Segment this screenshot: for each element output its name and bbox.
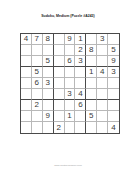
cell-r5c5[interactable] bbox=[65, 78, 76, 89]
footer-url: www.printmysudoku.com bbox=[0, 164, 136, 167]
cell-r4c4[interactable] bbox=[54, 67, 65, 78]
cell-r3c5: 6 bbox=[65, 56, 76, 67]
cell-r8c2[interactable] bbox=[32, 111, 43, 122]
cell-r8c9[interactable] bbox=[108, 111, 119, 122]
cell-r6c7[interactable] bbox=[86, 89, 97, 100]
cell-r6c4[interactable] bbox=[54, 89, 65, 100]
cell-r4c7: 1 bbox=[86, 67, 97, 78]
page-title: Sudoku, Medium (Puzzle #A243) bbox=[0, 14, 136, 19]
cell-r1c3: 8 bbox=[43, 34, 54, 45]
cell-r1c6: 1 bbox=[75, 34, 86, 45]
cell-r9c7[interactable] bbox=[86, 122, 97, 133]
cell-r1c2: 7 bbox=[32, 34, 43, 45]
cell-r6c3[interactable] bbox=[43, 89, 54, 100]
cell-r5c9[interactable] bbox=[108, 78, 119, 89]
cell-r2c8[interactable] bbox=[97, 45, 108, 56]
sudoku-board: 4789132855639514363342691524 bbox=[20, 33, 120, 134]
cell-r7c7[interactable] bbox=[86, 100, 97, 111]
cell-r9c2[interactable] bbox=[32, 122, 43, 133]
cell-r9c5[interactable] bbox=[65, 122, 76, 133]
cell-r6c8[interactable] bbox=[97, 89, 108, 100]
cell-r5c7[interactable] bbox=[86, 78, 97, 89]
cell-r3c3: 5 bbox=[43, 56, 54, 67]
cell-r5c6[interactable] bbox=[75, 78, 86, 89]
cell-r5c3: 3 bbox=[43, 78, 54, 89]
cell-r6c9[interactable] bbox=[108, 89, 119, 100]
cell-r8c6[interactable] bbox=[75, 111, 86, 122]
cell-r9c3[interactable] bbox=[43, 122, 54, 133]
cell-r1c1: 4 bbox=[21, 34, 32, 45]
cell-r5c4[interactable] bbox=[54, 78, 65, 89]
cell-r1c5: 9 bbox=[65, 34, 76, 45]
cell-r8c7: 5 bbox=[86, 111, 97, 122]
sudoku-page: Sudoku, Medium (Puzzle #A243) 4789132855… bbox=[0, 0, 136, 176]
cell-r9c6[interactable] bbox=[75, 122, 86, 133]
cell-r7c2: 2 bbox=[32, 100, 43, 111]
cell-r2c5[interactable] bbox=[65, 45, 76, 56]
cell-r7c6: 6 bbox=[75, 100, 86, 111]
cell-r3c6: 3 bbox=[75, 56, 86, 67]
cell-r4c1[interactable] bbox=[21, 67, 32, 78]
cell-r5c8[interactable] bbox=[97, 78, 108, 89]
cell-r3c7[interactable] bbox=[86, 56, 97, 67]
cell-r4c3[interactable] bbox=[43, 67, 54, 78]
cell-r3c1[interactable] bbox=[21, 56, 32, 67]
cell-r1c4[interactable] bbox=[54, 34, 65, 45]
cell-r7c4[interactable] bbox=[54, 100, 65, 111]
cell-r6c5: 3 bbox=[65, 89, 76, 100]
cell-r9c9: 4 bbox=[108, 122, 119, 133]
cell-r2c7: 8 bbox=[86, 45, 97, 56]
cell-r1c7[interactable] bbox=[86, 34, 97, 45]
cell-r3c9: 9 bbox=[108, 56, 119, 67]
cell-r9c1[interactable] bbox=[21, 122, 32, 133]
cell-r7c5[interactable] bbox=[65, 100, 76, 111]
cell-r2c3[interactable] bbox=[43, 45, 54, 56]
cell-r8c8[interactable] bbox=[97, 111, 108, 122]
cell-r9c8[interactable] bbox=[97, 122, 108, 133]
cell-r3c8[interactable] bbox=[97, 56, 108, 67]
cell-r4c9: 3 bbox=[108, 67, 119, 78]
cell-r7c8[interactable] bbox=[97, 100, 108, 111]
cell-r5c2: 6 bbox=[32, 78, 43, 89]
cell-r6c2[interactable] bbox=[32, 89, 43, 100]
cell-r4c2: 5 bbox=[32, 67, 43, 78]
cell-r7c1[interactable] bbox=[21, 100, 32, 111]
cell-r2c6: 2 bbox=[75, 45, 86, 56]
cell-r3c4[interactable] bbox=[54, 56, 65, 67]
cell-r2c2[interactable] bbox=[32, 45, 43, 56]
cell-r8c4[interactable] bbox=[54, 111, 65, 122]
cell-r4c5[interactable] bbox=[65, 67, 76, 78]
cell-r7c3[interactable] bbox=[43, 100, 54, 111]
cell-r2c1[interactable] bbox=[21, 45, 32, 56]
cell-r6c1[interactable] bbox=[21, 89, 32, 100]
cell-r1c9[interactable] bbox=[108, 34, 119, 45]
cell-r8c3: 9 bbox=[43, 111, 54, 122]
cell-r1c8: 3 bbox=[97, 34, 108, 45]
cell-r9c4: 2 bbox=[54, 122, 65, 133]
cell-r2c4[interactable] bbox=[54, 45, 65, 56]
cell-r8c1[interactable] bbox=[21, 111, 32, 122]
cell-r8c5: 1 bbox=[65, 111, 76, 122]
cell-r7c9[interactable] bbox=[108, 100, 119, 111]
cell-r6c6: 4 bbox=[75, 89, 86, 100]
cell-r4c6[interactable] bbox=[75, 67, 86, 78]
cell-r3c2[interactable] bbox=[32, 56, 43, 67]
cell-r5c1[interactable] bbox=[21, 78, 32, 89]
cell-r4c8: 4 bbox=[97, 67, 108, 78]
cell-r2c9: 5 bbox=[108, 45, 119, 56]
